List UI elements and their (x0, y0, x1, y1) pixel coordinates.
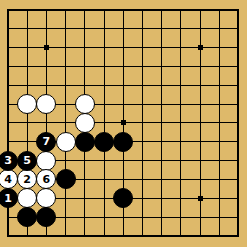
star-point (198, 45, 203, 50)
black-stone (113, 188, 133, 208)
black-stone-move-5: 5 (17, 151, 37, 171)
black-stone (36, 207, 56, 227)
white-stone (17, 94, 37, 114)
move-number-label: 6 (43, 174, 51, 185)
grid-line-horizontal (7, 235, 239, 237)
black-stone (75, 132, 95, 152)
star-point (198, 196, 203, 201)
black-stone-move-3: 3 (0, 151, 18, 171)
black-stone-move-7: 7 (36, 132, 56, 152)
grid-line-vertical (200, 9, 201, 237)
move-number-label: 4 (4, 174, 12, 185)
black-stone (17, 207, 37, 227)
white-stone (36, 94, 56, 114)
white-stone-move-4: 4 (0, 169, 18, 189)
go-board: 4267351 (0, 0, 247, 247)
white-stone-move-6: 6 (36, 169, 56, 189)
star-point (121, 120, 126, 125)
grid-line-vertical (237, 9, 239, 237)
black-stone-move-1: 1 (0, 188, 18, 208)
white-stone (36, 188, 56, 208)
grid-line-vertical (142, 9, 143, 237)
move-number-label: 5 (23, 155, 31, 166)
white-stone (75, 94, 95, 114)
grid-line-vertical (180, 9, 181, 237)
white-stone (36, 151, 56, 171)
move-number-label: 1 (4, 193, 12, 204)
white-stone (17, 188, 37, 208)
white-stone (56, 132, 76, 152)
move-number-label: 2 (23, 174, 31, 185)
star-point (44, 45, 49, 50)
white-stone-move-2: 2 (17, 169, 37, 189)
move-number-label: 3 (4, 155, 12, 166)
black-stone (56, 169, 76, 189)
grid-line-vertical (161, 9, 162, 237)
black-stone (94, 132, 114, 152)
move-number-label: 7 (43, 136, 51, 147)
white-stone (75, 113, 95, 133)
black-stone (113, 132, 133, 152)
grid-line-vertical (219, 9, 220, 237)
go-diagram: 4267351 (0, 0, 247, 247)
